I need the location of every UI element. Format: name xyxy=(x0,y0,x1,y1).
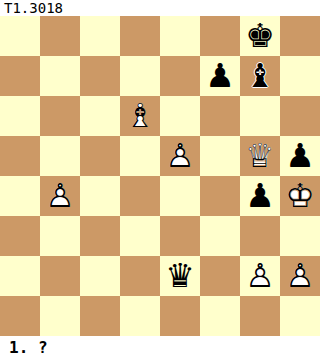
square-c1[interactable] xyxy=(80,296,120,336)
piece-white-queen: ♛♕ xyxy=(240,136,280,176)
piece-white-pawn: ♟♙ xyxy=(40,176,80,216)
square-b3[interactable] xyxy=(40,216,80,256)
square-c3[interactable] xyxy=(80,216,120,256)
square-b7[interactable] xyxy=(40,56,80,96)
square-b1[interactable] xyxy=(40,296,80,336)
square-e6[interactable] xyxy=(160,96,200,136)
square-d6[interactable]: ♝♗ xyxy=(120,96,160,136)
square-c2[interactable] xyxy=(80,256,120,296)
piece-black-pawn: ♟ xyxy=(200,56,240,96)
square-a1[interactable] xyxy=(0,296,40,336)
square-g3[interactable] xyxy=(240,216,280,256)
piece-black-pawn: ♟ xyxy=(280,136,320,176)
square-e7[interactable] xyxy=(160,56,200,96)
square-g2[interactable]: ♟♙ xyxy=(240,256,280,296)
square-a3[interactable] xyxy=(0,216,40,256)
square-d5[interactable] xyxy=(120,136,160,176)
square-a8[interactable] xyxy=(0,16,40,56)
square-h8[interactable] xyxy=(280,16,320,56)
square-g5[interactable]: ♛♕ xyxy=(240,136,280,176)
piece-white-pawn: ♟♙ xyxy=(280,256,320,296)
piece-white-pawn: ♟♙ xyxy=(160,136,200,176)
square-h4[interactable]: ♚♔ xyxy=(280,176,320,216)
square-a2[interactable] xyxy=(0,256,40,296)
square-d3[interactable] xyxy=(120,216,160,256)
square-h6[interactable] xyxy=(280,96,320,136)
square-b8[interactable] xyxy=(40,16,80,56)
square-h7[interactable] xyxy=(280,56,320,96)
square-f6[interactable] xyxy=(200,96,240,136)
square-g1[interactable] xyxy=(240,296,280,336)
piece-white-pawn: ♟♙ xyxy=(240,256,280,296)
square-f1[interactable] xyxy=(200,296,240,336)
square-f2[interactable] xyxy=(200,256,240,296)
square-a6[interactable] xyxy=(0,96,40,136)
piece-black-pawn: ♟ xyxy=(240,176,280,216)
square-g4[interactable]: ♟ xyxy=(240,176,280,216)
square-c6[interactable] xyxy=(80,96,120,136)
title-bar: T1.3018 xyxy=(0,0,320,16)
task-number: T1.3018 xyxy=(4,0,63,16)
square-g7[interactable]: ♝ xyxy=(240,56,280,96)
move-prompt: 1. ? xyxy=(9,336,48,360)
square-h3[interactable] xyxy=(280,216,320,256)
square-f7[interactable]: ♟ xyxy=(200,56,240,96)
square-b4[interactable]: ♟♙ xyxy=(40,176,80,216)
square-e5[interactable]: ♟♙ xyxy=(160,136,200,176)
square-h2[interactable]: ♟♙ xyxy=(280,256,320,296)
square-d8[interactable] xyxy=(120,16,160,56)
square-c7[interactable] xyxy=(80,56,120,96)
square-c4[interactable] xyxy=(80,176,120,216)
square-a5[interactable] xyxy=(0,136,40,176)
square-f4[interactable] xyxy=(200,176,240,216)
square-a4[interactable] xyxy=(0,176,40,216)
square-g6[interactable] xyxy=(240,96,280,136)
piece-white-king: ♚♔ xyxy=(280,176,320,216)
piece-black-bishop: ♝ xyxy=(240,56,280,96)
piece-black-king: ♚ xyxy=(240,16,280,56)
square-c5[interactable] xyxy=(80,136,120,176)
status-bar: 1. ? xyxy=(0,336,320,360)
square-b2[interactable] xyxy=(40,256,80,296)
square-d1[interactable] xyxy=(120,296,160,336)
square-a7[interactable] xyxy=(0,56,40,96)
square-f5[interactable] xyxy=(200,136,240,176)
square-g8[interactable]: ♚ xyxy=(240,16,280,56)
square-d7[interactable] xyxy=(120,56,160,96)
square-e8[interactable] xyxy=(160,16,200,56)
chess-board: ♚♟♝♝♗♟♙♛♕♟♟♙♟♚♔♛♟♙♟♙ xyxy=(0,16,320,336)
square-b5[interactable] xyxy=(40,136,80,176)
piece-black-queen: ♛ xyxy=(160,256,200,296)
piece-white-bishop: ♝♗ xyxy=(120,96,160,136)
chess-trainer-window: T1.3018 ♚♟♝♝♗♟♙♛♕♟♟♙♟♚♔♛♟♙♟♙ 1. ? xyxy=(0,0,320,360)
square-d2[interactable] xyxy=(120,256,160,296)
square-f3[interactable] xyxy=(200,216,240,256)
square-e1[interactable] xyxy=(160,296,200,336)
square-e4[interactable] xyxy=(160,176,200,216)
square-d4[interactable] xyxy=(120,176,160,216)
square-e2[interactable]: ♛ xyxy=(160,256,200,296)
square-b6[interactable] xyxy=(40,96,80,136)
square-h1[interactable] xyxy=(280,296,320,336)
square-f8[interactable] xyxy=(200,16,240,56)
square-c8[interactable] xyxy=(80,16,120,56)
square-h5[interactable]: ♟ xyxy=(280,136,320,176)
square-e3[interactable] xyxy=(160,216,200,256)
